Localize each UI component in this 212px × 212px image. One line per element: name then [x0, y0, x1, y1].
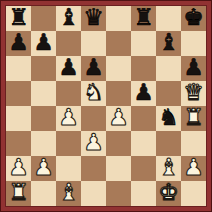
square-c1[interactable]: ♝ [56, 181, 81, 206]
square-d4[interactable] [81, 106, 106, 131]
square-d6[interactable]: ♟ [81, 56, 106, 81]
piece-black-pawn[interactable]: ♟ [83, 56, 104, 80]
square-h3[interactable] [181, 131, 206, 156]
square-e7[interactable] [106, 31, 131, 56]
square-e5[interactable] [106, 81, 131, 106]
piece-black-pawn[interactable]: ♟ [133, 81, 154, 105]
square-e3[interactable] [106, 131, 131, 156]
piece-white-king[interactable]: ♚ [158, 181, 179, 205]
piece-black-rook[interactable]: ♜ [133, 6, 154, 30]
square-e4[interactable]: ♟ [106, 106, 131, 131]
square-c8[interactable]: ♝ [56, 6, 81, 31]
square-e8[interactable] [106, 6, 131, 31]
square-b7[interactable]: ♟ [31, 31, 56, 56]
square-e2[interactable] [106, 156, 131, 181]
piece-white-knight[interactable]: ♞ [83, 81, 104, 105]
square-a3[interactable] [6, 131, 31, 156]
square-d3[interactable]: ♟ [81, 131, 106, 156]
piece-black-bishop[interactable]: ♝ [158, 31, 179, 55]
square-f7[interactable] [131, 31, 156, 56]
piece-black-bishop[interactable]: ♝ [58, 6, 79, 30]
square-g4[interactable]: ♞ [156, 106, 181, 131]
square-d2[interactable] [81, 156, 106, 181]
piece-black-pawn[interactable]: ♟ [183, 56, 204, 80]
piece-white-bishop[interactable]: ♝ [58, 181, 79, 205]
piece-black-pawn[interactable]: ♟ [58, 56, 79, 80]
square-g6[interactable] [156, 56, 181, 81]
board-frame: ♜♝♛♜♚♟♟♝♟♟♟♞♟♛♟♟♞♜♟♟♟♝♟♜♝♚ [0, 0, 212, 212]
piece-white-pawn[interactable]: ♟ [58, 106, 79, 130]
square-b8[interactable] [31, 6, 56, 31]
square-a4[interactable] [6, 106, 31, 131]
square-c5[interactable] [56, 81, 81, 106]
square-b4[interactable] [31, 106, 56, 131]
piece-black-pawn[interactable]: ♟ [33, 31, 54, 55]
square-h7[interactable] [181, 31, 206, 56]
piece-white-pawn[interactable]: ♟ [183, 156, 204, 180]
square-d1[interactable] [81, 181, 106, 206]
square-h8[interactable]: ♚ [181, 6, 206, 31]
piece-white-pawn[interactable]: ♟ [83, 131, 104, 155]
square-f6[interactable] [131, 56, 156, 81]
piece-black-knight[interactable]: ♞ [158, 106, 179, 130]
square-d5[interactable]: ♞ [81, 81, 106, 106]
piece-white-queen[interactable]: ♛ [183, 81, 204, 105]
chess-board: ♜♝♛♜♚♟♟♝♟♟♟♞♟♛♟♟♞♜♟♟♟♝♟♜♝♚ [6, 6, 206, 206]
square-g2[interactable]: ♝ [156, 156, 181, 181]
square-b3[interactable] [31, 131, 56, 156]
square-c4[interactable]: ♟ [56, 106, 81, 131]
piece-black-king[interactable]: ♚ [183, 6, 204, 30]
square-c2[interactable] [56, 156, 81, 181]
piece-black-pawn[interactable]: ♟ [8, 31, 29, 55]
piece-white-bishop[interactable]: ♝ [158, 156, 179, 180]
piece-black-queen[interactable]: ♛ [83, 6, 104, 30]
square-e6[interactable] [106, 56, 131, 81]
square-a2[interactable]: ♟ [6, 156, 31, 181]
square-d8[interactable]: ♛ [81, 6, 106, 31]
square-b6[interactable] [31, 56, 56, 81]
square-f2[interactable] [131, 156, 156, 181]
piece-white-rook[interactable]: ♜ [8, 181, 29, 205]
square-g8[interactable] [156, 6, 181, 31]
square-c3[interactable] [56, 131, 81, 156]
square-g3[interactable] [156, 131, 181, 156]
square-h5[interactable]: ♛ [181, 81, 206, 106]
piece-white-rook[interactable]: ♜ [183, 106, 204, 130]
square-f8[interactable]: ♜ [131, 6, 156, 31]
square-f3[interactable] [131, 131, 156, 156]
square-h1[interactable] [181, 181, 206, 206]
piece-white-pawn[interactable]: ♟ [33, 156, 54, 180]
square-h6[interactable]: ♟ [181, 56, 206, 81]
square-f5[interactable]: ♟ [131, 81, 156, 106]
square-a1[interactable]: ♜ [6, 181, 31, 206]
square-e1[interactable] [106, 181, 131, 206]
square-b5[interactable] [31, 81, 56, 106]
square-h2[interactable]: ♟ [181, 156, 206, 181]
square-g5[interactable] [156, 81, 181, 106]
square-a8[interactable]: ♜ [6, 6, 31, 31]
square-c6[interactable]: ♟ [56, 56, 81, 81]
piece-white-pawn[interactable]: ♟ [8, 156, 29, 180]
square-f1[interactable] [131, 181, 156, 206]
square-a7[interactable]: ♟ [6, 31, 31, 56]
square-g7[interactable]: ♝ [156, 31, 181, 56]
square-h4[interactable]: ♜ [181, 106, 206, 131]
piece-black-rook[interactable]: ♜ [8, 6, 29, 30]
square-d7[interactable] [81, 31, 106, 56]
square-a6[interactable] [6, 56, 31, 81]
square-b2[interactable]: ♟ [31, 156, 56, 181]
square-g1[interactable]: ♚ [156, 181, 181, 206]
square-a5[interactable] [6, 81, 31, 106]
square-b1[interactable] [31, 181, 56, 206]
square-f4[interactable] [131, 106, 156, 131]
piece-white-pawn[interactable]: ♟ [108, 106, 129, 130]
square-c7[interactable] [56, 31, 81, 56]
